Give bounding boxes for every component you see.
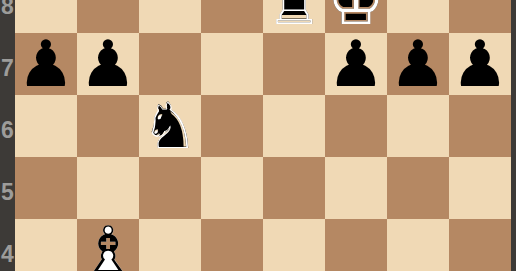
black-king-glyph: ♚	[325, 0, 387, 33]
chess-board: ♜♖♚♔♟♟♟♟♟♞♘♝♗	[15, 0, 511, 271]
black-knight-glyph: ♞	[139, 95, 201, 157]
square-b7[interactable]: ♟	[77, 33, 139, 95]
square-b5[interactable]	[77, 157, 139, 219]
square-g5[interactable]	[387, 157, 449, 219]
piece-white-bishop[interactable]: ♝♗	[77, 219, 139, 271]
square-e7[interactable]	[263, 33, 325, 95]
square-c7[interactable]	[139, 33, 201, 95]
square-f5[interactable]	[325, 157, 387, 219]
square-f6[interactable]	[325, 95, 387, 157]
rank-label-8: 8	[0, 0, 15, 37]
square-g6[interactable]	[387, 95, 449, 157]
square-f4[interactable]	[325, 219, 387, 271]
square-e6[interactable]	[263, 95, 325, 157]
square-b4[interactable]: ♝♗	[77, 219, 139, 271]
square-h7[interactable]: ♟	[449, 33, 511, 95]
rank-label-5: 5	[0, 161, 15, 223]
piece-black-pawn[interactable]: ♟	[15, 33, 77, 95]
rank-label-4: 4	[0, 223, 15, 271]
rank-coordinates: 87654	[0, 0, 15, 271]
piece-black-pawn[interactable]: ♟	[449, 33, 511, 95]
square-d6[interactable]	[201, 95, 263, 157]
square-d5[interactable]	[201, 157, 263, 219]
square-e4[interactable]	[263, 219, 325, 271]
square-h8[interactable]	[449, 0, 511, 33]
square-b8[interactable]	[77, 0, 139, 33]
square-h5[interactable]	[449, 157, 511, 219]
rank-label-7: 7	[0, 37, 15, 99]
white-bishop-body: ♝	[77, 219, 139, 271]
square-d7[interactable]	[201, 33, 263, 95]
black-pawn-glyph: ♟	[325, 33, 387, 95]
black-king-detail-lines: ♔	[325, 0, 387, 33]
square-a7[interactable]: ♟	[15, 33, 77, 95]
piece-black-pawn[interactable]: ♟	[325, 33, 387, 95]
piece-black-pawn[interactable]: ♟	[387, 33, 449, 95]
square-c5[interactable]	[139, 157, 201, 219]
piece-black-pawn[interactable]: ♟	[77, 33, 139, 95]
white-bishop-outline: ♗	[77, 219, 139, 271]
square-c8[interactable]	[139, 0, 201, 33]
rank-label-6: 6	[0, 99, 15, 161]
piece-black-knight[interactable]: ♞♘	[139, 95, 201, 157]
square-d8[interactable]	[201, 0, 263, 33]
square-e5[interactable]	[263, 157, 325, 219]
square-g8[interactable]	[387, 0, 449, 33]
square-c6[interactable]: ♞♘	[139, 95, 201, 157]
square-g7[interactable]: ♟	[387, 33, 449, 95]
black-pawn-glyph: ♟	[449, 33, 511, 95]
square-a6[interactable]	[15, 95, 77, 157]
chess-board-viewport: 87654 ♜♖♚♔♟♟♟♟♟♞♘♝♗	[0, 0, 516, 271]
square-f8[interactable]: ♚♔	[325, 0, 387, 33]
black-rook-glyph: ♜	[263, 0, 325, 33]
black-pawn-glyph: ♟	[387, 33, 449, 95]
black-pawn-glyph: ♟	[77, 33, 139, 95]
square-a8[interactable]	[15, 0, 77, 33]
square-e8[interactable]: ♜♖	[263, 0, 325, 33]
square-a5[interactable]	[15, 157, 77, 219]
square-h6[interactable]	[449, 95, 511, 157]
square-f7[interactable]: ♟	[325, 33, 387, 95]
square-d4[interactable]	[201, 219, 263, 271]
black-knight-detail-lines: ♘	[139, 95, 201, 157]
square-a4[interactable]	[15, 219, 77, 271]
square-h4[interactable]	[449, 219, 511, 271]
black-pawn-glyph: ♟	[15, 33, 77, 95]
piece-black-rook[interactable]: ♜♖	[263, 0, 325, 33]
black-rook-detail-lines: ♖	[263, 0, 325, 33]
square-g4[interactable]	[387, 219, 449, 271]
square-c4[interactable]	[139, 219, 201, 271]
square-b6[interactable]	[77, 95, 139, 157]
piece-black-king[interactable]: ♚♔	[325, 0, 387, 33]
